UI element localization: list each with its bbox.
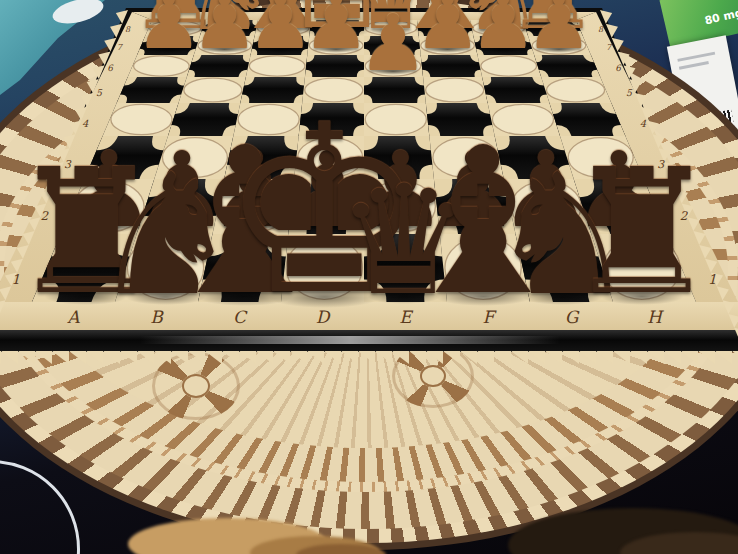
scallop-tooth <box>69 351 86 364</box>
scallop-tooth <box>290 351 307 364</box>
scallop-tooth <box>256 351 273 364</box>
scallop-tooth <box>681 351 698 364</box>
scallop-tooth <box>171 351 188 364</box>
scene: 80 mg ABCDEFGH1122334455667788 ♜♞♝♚♛♝♞♜♟… <box>0 0 738 554</box>
scallop-tooth <box>460 351 477 364</box>
scallop-tooth <box>545 351 562 364</box>
scallop-tooth <box>409 351 426 364</box>
rank-label-left-4: 4 <box>82 118 89 129</box>
scallop-tooth <box>732 351 738 364</box>
scallop-tooth <box>86 351 103 364</box>
scallop-tooth <box>341 351 358 364</box>
scallop-tooth <box>1 351 18 364</box>
scallop-tooth <box>103 351 120 364</box>
carved-circle <box>547 78 605 102</box>
scallop-tooth <box>375 351 392 364</box>
scallop-tooth <box>443 351 460 364</box>
scallop-tooth <box>52 351 69 364</box>
scallop-tooth <box>715 351 732 364</box>
scallop-tooth <box>426 351 443 364</box>
scallop-tooth <box>205 351 222 364</box>
scallop-tooth <box>222 351 239 364</box>
scallop-tooth <box>188 351 205 364</box>
scallop-tooth <box>477 351 494 364</box>
scallop-tooth <box>511 351 528 364</box>
rank-label-right-4: 4 <box>640 118 647 129</box>
piece-black-rook-h1[interactable]: ♜ <box>555 169 728 297</box>
scallop-tooth <box>154 351 171 364</box>
scallop-tooth <box>18 351 35 364</box>
scallop-tooth <box>579 351 596 364</box>
scallop-tooth <box>239 351 256 364</box>
piece-white-pawn-h7[interactable]: ♟ <box>522 0 597 50</box>
scallop-tooth <box>307 351 324 364</box>
scallop-tooth <box>613 351 630 364</box>
scallop-tooth <box>273 351 290 364</box>
scallop-tooth <box>324 351 341 364</box>
scallop-tooth <box>120 351 137 364</box>
scallop-tooth <box>630 351 647 364</box>
scallop-tooth <box>137 351 154 364</box>
scallop-tooth <box>528 351 545 364</box>
scallop-tooth <box>0 351 1 364</box>
scallop-tooth <box>358 351 375 364</box>
scallop-tooth <box>698 351 715 364</box>
scallop-tooth <box>494 351 511 364</box>
scallop-tooth <box>35 351 52 364</box>
scallop-tooth <box>596 351 613 364</box>
piece-white-pawn-e6[interactable]: ♟ <box>354 14 432 72</box>
scallop-tooth <box>562 351 579 364</box>
scallop-tooth <box>664 351 681 364</box>
scallop-tooth <box>647 351 664 364</box>
carved-circle <box>426 78 484 102</box>
scallop-tooth <box>392 351 409 364</box>
